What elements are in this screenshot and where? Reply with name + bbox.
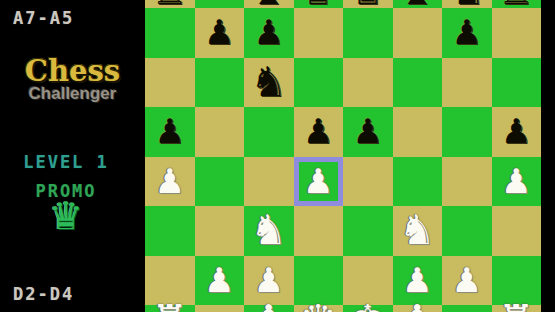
- square-g6[interactable]: [442, 58, 492, 108]
- square-h7[interactable]: [492, 8, 542, 58]
- square-d3[interactable]: [294, 206, 344, 256]
- square-c8[interactable]: ♝: [244, 0, 294, 8]
- white-pawn: ♟: [501, 157, 531, 207]
- black-last-move-display: A7-A5: [13, 8, 74, 28]
- white-knight: ♞: [399, 206, 436, 256]
- black-pawn: ♟: [254, 8, 284, 58]
- square-e1[interactable]: ♚: [343, 305, 393, 312]
- square-f1[interactable]: ♝: [393, 305, 443, 312]
- square-d4[interactable]: ♟: [294, 157, 344, 207]
- square-c7[interactable]: ♟: [244, 8, 294, 58]
- square-e7[interactable]: [343, 8, 393, 58]
- square-g3[interactable]: [442, 206, 492, 256]
- square-h3[interactable]: [492, 206, 542, 256]
- black-pawn: ♟: [353, 107, 383, 157]
- square-d1[interactable]: ♛: [294, 305, 344, 312]
- app-logo-title: Chess: [0, 58, 145, 84]
- square-a5[interactable]: ♟: [145, 107, 195, 157]
- square-e2[interactable]: [343, 256, 393, 306]
- square-b2[interactable]: ♟: [195, 256, 245, 306]
- square-c1[interactable]: ♝: [244, 305, 294, 312]
- square-g5[interactable]: [442, 107, 492, 157]
- black-pawn: ♟: [204, 8, 234, 58]
- square-e6[interactable]: [343, 58, 393, 108]
- square-g2[interactable]: ♟: [442, 256, 492, 306]
- square-b3[interactable]: [195, 206, 245, 256]
- square-e8[interactable]: ♚: [343, 0, 393, 8]
- app-logo-subtitle: Challenger: [0, 85, 145, 102]
- square-d2[interactable]: [294, 256, 344, 306]
- square-b4[interactable]: [195, 157, 245, 207]
- white-pawn: ♟: [303, 157, 333, 207]
- square-c3[interactable]: ♞: [244, 206, 294, 256]
- sidebar: A7-A5 Chess Challenger LEVEL 1 PROMO ♛ D…: [0, 0, 145, 312]
- square-f7[interactable]: [393, 8, 443, 58]
- square-h6[interactable]: [492, 58, 542, 108]
- square-f5[interactable]: [393, 107, 443, 157]
- square-f4[interactable]: [393, 157, 443, 207]
- square-g4[interactable]: [442, 157, 492, 207]
- white-pawn: ♟: [452, 256, 482, 306]
- white-pawn: ♟: [254, 256, 284, 306]
- square-a8[interactable]: ♜: [145, 0, 195, 8]
- square-c4[interactable]: [244, 157, 294, 207]
- square-a3[interactable]: [145, 206, 195, 256]
- square-h1[interactable]: ♜: [492, 305, 542, 312]
- square-h2[interactable]: [492, 256, 542, 306]
- square-e4[interactable]: [343, 157, 393, 207]
- square-a1[interactable]: ♜: [145, 305, 195, 312]
- white-pawn: ♟: [155, 157, 185, 207]
- square-b5[interactable]: [195, 107, 245, 157]
- square-a7[interactable]: [145, 8, 195, 58]
- square-b8[interactable]: [195, 0, 245, 8]
- square-f6[interactable]: [393, 58, 443, 108]
- square-d7[interactable]: [294, 8, 344, 58]
- square-h8[interactable]: ♜: [492, 0, 542, 8]
- square-h5[interactable]: ♟: [492, 107, 542, 157]
- square-a2[interactable]: [145, 256, 195, 306]
- square-b6[interactable]: [195, 58, 245, 108]
- black-knight: ♞: [250, 58, 287, 108]
- level-display: LEVEL 1: [0, 152, 132, 172]
- square-d6[interactable]: [294, 58, 344, 108]
- chess-board: ♜♝♛♚♝♞♜♟♟♟♞♟♟♟♟♟♟♟♞♞♟♟♟♟♜♝♛♚♝♜: [145, 0, 541, 312]
- app-logo: Chess Challenger: [0, 58, 145, 102]
- square-a6[interactable]: [145, 58, 195, 108]
- game-screen: ♜♝♛♚♝♞♜♟♟♟♞♟♟♟♟♟♟♟♞♞♟♟♟♟♜♝♛♚♝♜ A7-A5 Che…: [0, 0, 555, 312]
- white-knight: ♞: [250, 206, 287, 256]
- black-pawn: ♟: [452, 8, 482, 58]
- square-f3[interactable]: ♞: [393, 206, 443, 256]
- square-f2[interactable]: ♟: [393, 256, 443, 306]
- white-last-move-display: D2-D4: [13, 284, 74, 304]
- square-d8[interactable]: ♛: [294, 0, 344, 8]
- square-c6[interactable]: ♞: [244, 58, 294, 108]
- black-pawn: ♟: [303, 107, 333, 157]
- square-d5[interactable]: ♟: [294, 107, 344, 157]
- black-pawn: ♟: [155, 107, 185, 157]
- square-b1[interactable]: [195, 305, 245, 312]
- square-e5[interactable]: ♟: [343, 107, 393, 157]
- square-f8[interactable]: ♝: [393, 0, 443, 8]
- square-b7[interactable]: ♟: [195, 8, 245, 58]
- square-g7[interactable]: ♟: [442, 8, 492, 58]
- square-c2[interactable]: ♟: [244, 256, 294, 306]
- square-g8[interactable]: ♞: [442, 0, 492, 8]
- square-e3[interactable]: [343, 206, 393, 256]
- square-c5[interactable]: [244, 107, 294, 157]
- black-pawn: ♟: [501, 107, 531, 157]
- square-h4[interactable]: ♟: [492, 157, 542, 207]
- square-g1[interactable]: [442, 305, 492, 312]
- green-queen-icon: ♛: [0, 194, 132, 238]
- white-pawn: ♟: [204, 256, 234, 306]
- white-pawn: ♟: [402, 256, 432, 306]
- square-a4[interactable]: ♟: [145, 157, 195, 207]
